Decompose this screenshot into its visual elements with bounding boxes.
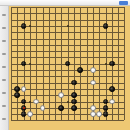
star-point <box>29 101 31 103</box>
black-stone <box>14 86 20 92</box>
black-stone <box>77 67 83 73</box>
black-stone <box>21 23 27 29</box>
grid-line-vertical <box>124 7 125 120</box>
black-stone <box>58 105 64 111</box>
black-stone <box>21 99 27 105</box>
grid-line-vertical <box>87 7 88 120</box>
black-stone <box>71 99 77 105</box>
white-stone <box>21 86 27 92</box>
star-point <box>105 63 107 65</box>
white-stone <box>109 99 115 105</box>
black-stone <box>65 61 71 67</box>
black-stone <box>71 92 77 98</box>
grid-line-horizontal <box>11 83 124 84</box>
black-stone <box>103 23 109 29</box>
white-stone <box>96 111 102 117</box>
white-stone <box>90 111 96 117</box>
white-stone <box>90 67 96 73</box>
star-point <box>29 63 31 65</box>
grid-line-horizontal <box>11 70 124 71</box>
white-stone <box>33 99 39 105</box>
go-app-window <box>0 0 130 130</box>
black-stone <box>109 61 115 67</box>
black-stone <box>21 111 27 117</box>
side-toolbar-icon[interactable] <box>2 118 6 120</box>
side-toolbar[interactable] <box>0 6 9 130</box>
white-stone <box>90 80 96 86</box>
grid-line-horizontal <box>11 76 124 77</box>
white-stone <box>27 111 33 117</box>
side-toolbar-icon[interactable] <box>2 92 6 94</box>
grid-line-vertical <box>99 7 100 120</box>
star-point <box>67 101 69 103</box>
black-stone <box>21 61 27 67</box>
grid-line-vertical <box>80 7 81 120</box>
black-stone <box>103 105 109 111</box>
last-move-marker <box>23 107 25 109</box>
grid-line-horizontal <box>11 89 124 90</box>
star-point <box>29 25 31 27</box>
white-stone <box>58 92 64 98</box>
white-stone <box>90 105 96 111</box>
side-toolbar-icon[interactable] <box>2 14 6 16</box>
black-stone <box>71 105 77 111</box>
go-board[interactable] <box>9 6 130 130</box>
black-stone <box>71 80 77 86</box>
black-stone <box>109 86 115 92</box>
white-stone <box>40 105 46 111</box>
grid-line-horizontal <box>11 95 124 96</box>
black-stone <box>103 99 109 105</box>
grid-line-vertical <box>118 7 119 120</box>
grid-line-vertical <box>93 7 94 120</box>
side-toolbar-icon[interactable] <box>2 27 6 29</box>
star-point <box>67 25 69 27</box>
side-toolbar-icon[interactable] <box>2 105 6 107</box>
window-control-button[interactable] <box>119 1 128 5</box>
side-toolbar-icon[interactable] <box>2 79 6 81</box>
side-toolbar-icon[interactable] <box>2 40 6 42</box>
grid-line-horizontal <box>11 120 124 121</box>
black-stone <box>14 92 20 98</box>
side-toolbar-icon[interactable] <box>2 53 6 55</box>
black-stone <box>103 111 109 117</box>
side-toolbar-icon[interactable] <box>2 66 6 68</box>
